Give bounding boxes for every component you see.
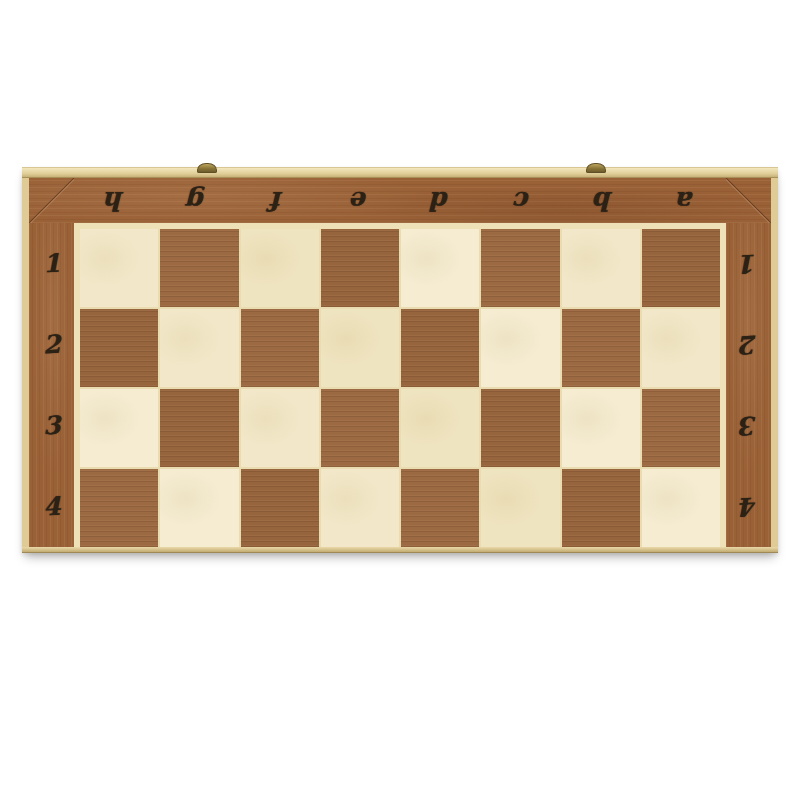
playing-field (74, 223, 726, 547)
square-b4 (562, 469, 640, 547)
square-e2 (321, 309, 399, 387)
rank-label-left-1: 1 (42, 251, 61, 277)
chess-board: hgfedcba 1234 1234 (22, 167, 778, 553)
hinge-icon (586, 163, 606, 173)
square-b1 (562, 229, 640, 307)
board-middle: 1234 1234 (29, 223, 771, 547)
square-e3 (321, 389, 399, 467)
square-b2 (562, 309, 640, 387)
square-b3 (562, 389, 640, 467)
file-label-b: b (563, 188, 645, 214)
rank-label-left-2: 2 (42, 332, 61, 358)
file-label-e: e (319, 188, 401, 214)
square-f4 (241, 469, 319, 547)
square-h2 (80, 309, 158, 387)
rank-slot: 2 (726, 304, 771, 385)
square-g3 (160, 389, 238, 467)
file-label-c: c (482, 188, 564, 214)
file-label-g: g (156, 188, 238, 214)
file-label-h: h (74, 188, 156, 214)
squares-grid (80, 229, 720, 547)
product-photo: hgfedcba 1234 1234 (0, 0, 800, 800)
square-a2 (642, 309, 720, 387)
rank-slot: 4 (726, 466, 771, 547)
board-frame: hgfedcba 1234 1234 (22, 178, 778, 547)
square-h4 (80, 469, 158, 547)
square-c1 (481, 229, 559, 307)
rank-label-left-3: 3 (42, 413, 61, 439)
square-g4 (160, 469, 238, 547)
square-e1 (321, 229, 399, 307)
square-d3 (401, 389, 479, 467)
rank-slot: 2 (29, 304, 74, 385)
rank-label-right-2: 2 (739, 332, 758, 358)
square-c4 (481, 469, 559, 547)
file-label-d: d (400, 188, 482, 214)
board-fold-edge (22, 167, 778, 178)
rank-label-right-1: 1 (739, 251, 758, 277)
rank-slot: 3 (29, 385, 74, 466)
rank-labels-right-rail: 1234 (726, 223, 771, 547)
square-f2 (241, 309, 319, 387)
square-c2 (481, 309, 559, 387)
rank-slot: 1 (726, 223, 771, 304)
rank-slot: 1 (29, 223, 74, 304)
file-labels-rail: hgfedcba (29, 178, 771, 223)
file-label-f: f (237, 188, 319, 214)
square-d1 (401, 229, 479, 307)
rank-slot: 3 (726, 385, 771, 466)
square-a1 (642, 229, 720, 307)
rank-slot: 4 (29, 466, 74, 547)
rank-label-left-4: 4 (42, 494, 61, 520)
square-g1 (160, 229, 238, 307)
hinge-icon (197, 163, 217, 173)
square-g2 (160, 309, 238, 387)
square-a4 (642, 469, 720, 547)
file-label-a: a (645, 188, 727, 214)
square-c3 (481, 389, 559, 467)
square-d4 (401, 469, 479, 547)
square-e4 (321, 469, 399, 547)
square-f1 (241, 229, 319, 307)
square-a3 (642, 389, 720, 467)
board-bottom-edge (22, 547, 778, 553)
square-h3 (80, 389, 158, 467)
square-f3 (241, 389, 319, 467)
square-d2 (401, 309, 479, 387)
rank-label-right-4: 4 (739, 494, 758, 520)
rank-labels-left-rail: 1234 (29, 223, 74, 547)
square-h1 (80, 229, 158, 307)
rank-label-right-3: 3 (739, 413, 758, 439)
